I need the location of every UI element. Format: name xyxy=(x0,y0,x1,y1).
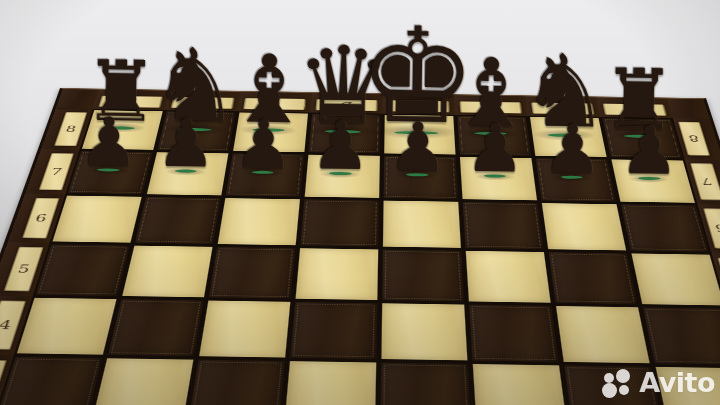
piece-glyph: ♟ xyxy=(156,110,217,177)
piece-glyph: ♟ xyxy=(465,115,526,182)
black-pawn-g7[interactable]: ♟ xyxy=(542,111,603,178)
piece-glyph: ♟ xyxy=(542,116,603,183)
black-pawn-e7[interactable]: ♟ xyxy=(388,109,449,176)
watermark: Avito xyxy=(602,366,715,398)
piece-glyph: ♟ xyxy=(310,112,371,179)
piece-glyph: ♟ xyxy=(233,111,294,178)
piece-glyph: ♟ xyxy=(79,109,140,176)
piece-glyph: ♟ xyxy=(388,114,449,181)
product-photo-scene: ABCDEFGH8877665544332211ABCDEFGH ♜♞♝♛♚♝♞… xyxy=(0,0,720,405)
avito-logo-icon xyxy=(602,366,634,398)
board-tilt-wrapper: ABCDEFGH8877665544332211ABCDEFGH ♜♞♝♛♚♝♞… xyxy=(0,0,720,405)
watermark-text: Avito xyxy=(639,367,715,398)
black-pawn-c7[interactable]: ♟ xyxy=(233,106,294,173)
black-pawn-f7[interactable]: ♟ xyxy=(465,110,526,177)
black-pawn-b7[interactable]: ♟ xyxy=(156,105,217,172)
black-pawn-d7[interactable]: ♟ xyxy=(310,108,371,175)
piece-glyph: ♟ xyxy=(619,117,680,184)
black-pawn-h7[interactable]: ♟ xyxy=(619,113,680,180)
pieces-layer: ♜♞♝♛♚♝♞♜♟♟♟♟♟♟♟♟ xyxy=(0,0,720,405)
black-pawn-a7[interactable]: ♟ xyxy=(79,104,140,171)
